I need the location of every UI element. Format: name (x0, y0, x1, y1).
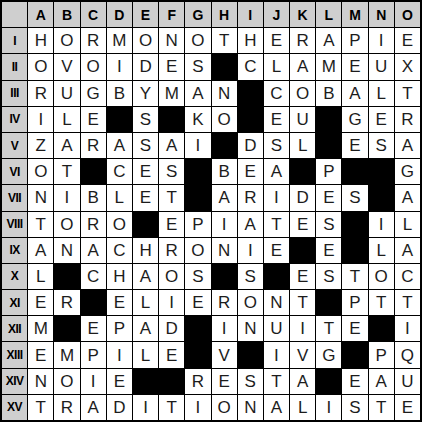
cell-C-II[interactable]: O (81, 54, 106, 79)
cell-N-III[interactable]: L (369, 81, 394, 106)
cell-I-VIII[interactable]: A (238, 212, 263, 237)
block-J-X (264, 264, 289, 289)
cell-J-IV[interactable]: E (264, 107, 289, 132)
block-G-VII (185, 185, 210, 210)
cell-K-XIV[interactable]: A (290, 369, 315, 394)
cell-L-XIII[interactable]: G (316, 342, 341, 367)
cell-E-X[interactable]: A (133, 264, 158, 289)
cell-K-XI[interactable]: T (290, 290, 315, 315)
cell-A-VII[interactable]: N (28, 185, 53, 210)
cell-O-XIV[interactable]: U (395, 369, 420, 394)
cell-J-VIII[interactable]: T (264, 212, 289, 237)
cell-L-II[interactable]: M (316, 54, 341, 79)
block-L-XI (316, 290, 341, 315)
cell-E-IX[interactable]: H (133, 238, 158, 263)
cell-G-IV[interactable]: K (185, 107, 210, 132)
col-header-F: F (159, 2, 184, 27)
row-header-III: III (2, 81, 27, 106)
cell-N-IV[interactable]: E (369, 107, 394, 132)
cell-C-IX[interactable]: A (81, 238, 106, 263)
cell-A-II[interactable]: O (28, 54, 53, 79)
cell-G-V[interactable]: I (185, 133, 210, 158)
row-header-V: V (2, 133, 27, 158)
cell-E-VI[interactable]: E (133, 159, 158, 184)
cell-K-X[interactable]: E (290, 264, 315, 289)
cell-J-VI[interactable]: A (264, 159, 289, 184)
cell-M-II[interactable]: E (342, 54, 367, 79)
cell-J-VII[interactable]: I (264, 185, 289, 210)
cell-B-VIII[interactable]: O (54, 212, 79, 237)
row-header-XV: XV (2, 395, 27, 420)
cell-J-XIII[interactable]: I (264, 342, 289, 367)
cell-L-VI[interactable]: P (316, 159, 341, 184)
block-K-IX (290, 238, 315, 263)
block-F-XIV (159, 369, 184, 394)
cell-I-II[interactable]: C (238, 54, 263, 79)
col-header-H: H (212, 2, 237, 27)
cell-M-XIV[interactable]: E (342, 369, 367, 394)
cell-L-I[interactable]: A (316, 28, 341, 53)
cell-I-V[interactable]: D (238, 133, 263, 158)
cell-G-XV[interactable]: I (185, 395, 210, 420)
block-G-XIII (185, 342, 210, 367)
block-M-IX (342, 238, 367, 263)
cell-H-XII[interactable]: I (212, 316, 237, 341)
cell-B-XIV[interactable]: O (54, 369, 79, 394)
cell-A-X[interactable]: L (28, 264, 53, 289)
cell-E-III[interactable]: Y (133, 81, 158, 106)
cell-D-V[interactable]: A (107, 133, 132, 158)
cell-H-XIII[interactable]: V (212, 342, 237, 367)
cell-I-XII[interactable]: N (238, 316, 263, 341)
block-H-X (212, 264, 237, 289)
cell-D-I[interactable]: M (107, 28, 132, 53)
cell-H-IV[interactable]: O (212, 107, 237, 132)
cell-M-I[interactable]: P (342, 28, 367, 53)
cell-I-VII[interactable]: R (238, 185, 263, 210)
cell-G-X[interactable]: S (185, 264, 210, 289)
cell-N-XIII[interactable]: P (369, 342, 394, 367)
cell-C-XII[interactable]: E (81, 316, 106, 341)
block-M-VIII (342, 212, 367, 237)
cell-M-X[interactable]: T (342, 264, 367, 289)
cell-B-V[interactable]: A (54, 133, 79, 158)
row-header-VII: VII (2, 185, 27, 210)
cell-F-XII[interactable]: D (159, 316, 184, 341)
cell-A-V[interactable]: Z (28, 133, 53, 158)
cell-N-I[interactable]: I (369, 28, 394, 53)
cell-J-XI[interactable]: N (264, 290, 289, 315)
cell-K-VII[interactable]: D (290, 185, 315, 210)
cell-O-XIII[interactable]: Q (395, 342, 420, 367)
cell-E-XII[interactable]: A (133, 316, 158, 341)
col-header-O: O (395, 2, 420, 27)
cell-H-VII[interactable]: A (212, 185, 237, 210)
block-C-XI (81, 290, 106, 315)
cell-C-XIII[interactable]: P (81, 342, 106, 367)
block-E-XIV (133, 369, 158, 394)
cell-A-III[interactable]: R (28, 81, 53, 106)
cell-F-VIII[interactable]: E (159, 212, 184, 237)
cell-F-V[interactable]: A (159, 133, 184, 158)
col-header-G: G (185, 2, 210, 27)
cell-G-II[interactable]: S (185, 54, 210, 79)
cell-H-IX[interactable]: N (212, 238, 237, 263)
cell-L-VIII[interactable]: S (316, 212, 341, 237)
block-N-XII (369, 316, 394, 341)
cell-M-XII[interactable]: E (342, 316, 367, 341)
cell-M-XV[interactable]: S (342, 395, 367, 420)
cell-F-XV[interactable]: T (159, 395, 184, 420)
cell-I-XV[interactable]: N (238, 395, 263, 420)
cell-E-XV[interactable]: I (133, 395, 158, 420)
cell-N-IX[interactable]: L (369, 238, 394, 263)
cell-B-XIII[interactable]: M (54, 342, 79, 367)
block-L-XIV (316, 369, 341, 394)
cell-O-VIII[interactable]: L (395, 212, 420, 237)
cell-F-I[interactable]: N (159, 28, 184, 53)
cell-M-V[interactable]: E (342, 133, 367, 158)
cell-N-XV[interactable]: T (369, 395, 394, 420)
cell-J-XII[interactable]: U (264, 316, 289, 341)
cell-C-X[interactable]: C (81, 264, 106, 289)
col-header-L: L (316, 2, 341, 27)
cell-E-XIII[interactable]: L (133, 342, 158, 367)
cell-H-XIV[interactable]: E (212, 369, 237, 394)
col-header-B: B (54, 2, 79, 27)
cell-J-III[interactable]: C (264, 81, 289, 106)
cell-I-VI[interactable]: E (238, 159, 263, 184)
cell-A-XII[interactable]: M (28, 316, 53, 341)
cell-F-VI[interactable]: S (159, 159, 184, 184)
block-M-XIII (342, 342, 367, 367)
cell-K-IV[interactable]: U (290, 107, 315, 132)
block-B-XII (54, 316, 79, 341)
block-I-XIII (238, 342, 263, 367)
cell-D-VII[interactable]: L (107, 185, 132, 210)
cell-D-X[interactable]: H (107, 264, 132, 289)
block-L-IV (316, 107, 341, 132)
cell-C-V[interactable]: R (81, 133, 106, 158)
cell-L-XII[interactable]: T (316, 316, 341, 341)
cell-M-III[interactable]: A (342, 81, 367, 106)
cell-B-XI[interactable]: R (54, 290, 79, 315)
cell-K-VIII[interactable]: E (290, 212, 315, 237)
block-B-X (54, 264, 79, 289)
cell-E-II[interactable]: D (133, 54, 158, 79)
row-header-XII: XII (2, 316, 27, 341)
cell-J-V[interactable]: S (264, 133, 289, 158)
cell-F-X[interactable]: O (159, 264, 184, 289)
block-F-IV (159, 107, 184, 132)
cell-O-V[interactable]: A (395, 133, 420, 158)
cell-D-III[interactable]: B (107, 81, 132, 106)
cell-E-IV[interactable]: S (133, 107, 158, 132)
col-header-K: K (290, 2, 315, 27)
cell-B-IX[interactable]: N (54, 238, 79, 263)
row-header-VI: VI (2, 159, 27, 184)
cell-L-XV[interactable]: I (316, 395, 341, 420)
cell-B-III[interactable]: U (54, 81, 79, 106)
cell-K-V[interactable]: L (290, 133, 315, 158)
cell-N-V[interactable]: S (369, 133, 394, 158)
corner-cell (2, 2, 27, 27)
cell-H-III[interactable]: N (212, 81, 237, 106)
cell-F-VII[interactable]: T (159, 185, 184, 210)
block-G-XII (185, 316, 210, 341)
cell-A-XV[interactable]: T (28, 395, 53, 420)
col-header-I: I (238, 2, 263, 27)
cell-C-VIII[interactable]: R (81, 212, 106, 237)
cell-L-IX[interactable]: E (316, 238, 341, 263)
cell-M-IV[interactable]: G (342, 107, 367, 132)
cell-I-I[interactable]: H (238, 28, 263, 53)
cell-O-IX[interactable]: A (395, 238, 420, 263)
cell-K-I[interactable]: R (290, 28, 315, 53)
cell-E-VII[interactable]: E (133, 185, 158, 210)
col-header-N: N (369, 2, 394, 27)
cell-H-VI[interactable]: B (212, 159, 237, 184)
cell-I-XI[interactable]: O (238, 290, 263, 315)
cell-D-XI[interactable]: E (107, 290, 132, 315)
cell-O-XV[interactable]: E (395, 395, 420, 420)
cell-O-X[interactable]: C (395, 264, 420, 289)
row-header-I: I (2, 28, 27, 53)
cell-O-VI[interactable]: G (395, 159, 420, 184)
cell-H-I[interactable]: T (212, 28, 237, 53)
cell-A-VI[interactable]: O (28, 159, 53, 184)
row-header-IX: IX (2, 238, 27, 263)
crossword-grid: ABCDEFGHIJKLMNOIHORMONOTHERAPIEIIOVOIDES… (0, 0, 422, 422)
cell-I-IX[interactable]: I (238, 238, 263, 263)
cell-K-II[interactable]: A (290, 54, 315, 79)
cell-H-XI[interactable]: R (212, 290, 237, 315)
cell-O-XII[interactable]: I (395, 316, 420, 341)
cell-E-V[interactable]: S (133, 133, 158, 158)
cell-J-I[interactable]: E (264, 28, 289, 53)
cell-C-III[interactable]: G (81, 81, 106, 106)
cell-E-XI[interactable]: L (133, 290, 158, 315)
cell-D-XIII[interactable]: I (107, 342, 132, 367)
cell-C-XIV[interactable]: I (81, 369, 106, 394)
col-header-A: A (28, 2, 53, 27)
cell-B-VII[interactable]: I (54, 185, 79, 210)
cell-B-XV[interactable]: R (54, 395, 79, 420)
cell-O-XI[interactable]: T (395, 290, 420, 315)
row-header-IV: IV (2, 107, 27, 132)
cell-C-XV[interactable]: A (81, 395, 106, 420)
col-header-C: C (81, 2, 106, 27)
cell-F-XIII[interactable]: E (159, 342, 184, 367)
cell-D-XII[interactable]: P (107, 316, 132, 341)
cell-G-VIII[interactable]: P (185, 212, 210, 237)
cell-J-IX[interactable]: E (264, 238, 289, 263)
cell-J-XIV[interactable]: T (264, 369, 289, 394)
cell-M-VII[interactable]: S (342, 185, 367, 210)
block-M-VI (342, 159, 367, 184)
cell-J-II[interactable]: L (264, 54, 289, 79)
cell-N-XIV[interactable]: A (369, 369, 394, 394)
cell-F-IX[interactable]: R (159, 238, 184, 263)
block-E-VIII (133, 212, 158, 237)
cell-D-IX[interactable]: C (107, 238, 132, 263)
cell-D-VIII[interactable]: O (107, 212, 132, 237)
cell-J-XV[interactable]: A (264, 395, 289, 420)
cell-A-IX[interactable]: A (28, 238, 53, 263)
cell-I-XIV[interactable]: S (238, 369, 263, 394)
cell-O-VII[interactable]: A (395, 185, 420, 210)
cell-O-IV[interactable]: R (395, 107, 420, 132)
block-D-IV (107, 107, 132, 132)
row-header-II: II (2, 54, 27, 79)
block-H-V (212, 133, 237, 158)
cell-C-VII[interactable]: B (81, 185, 106, 210)
cell-N-II[interactable]: U (369, 54, 394, 79)
cell-I-X[interactable]: S (238, 264, 263, 289)
cell-M-XI[interactable]: P (342, 290, 367, 315)
cell-B-IV[interactable]: L (54, 107, 79, 132)
cell-O-II[interactable]: X (395, 54, 420, 79)
cell-B-I[interactable]: O (54, 28, 79, 53)
block-N-VII (369, 185, 394, 210)
block-K-VI (290, 159, 315, 184)
cell-F-XI[interactable]: I (159, 290, 184, 315)
block-H-II (212, 54, 237, 79)
cell-K-XV[interactable]: L (290, 395, 315, 420)
cell-K-XIII[interactable]: V (290, 342, 315, 367)
cell-H-VIII[interactable]: I (212, 212, 237, 237)
cell-B-VI[interactable]: T (54, 159, 79, 184)
col-header-D: D (107, 2, 132, 27)
cell-G-XIV[interactable]: R (185, 369, 210, 394)
col-header-M: M (342, 2, 367, 27)
row-header-XIII: XIII (2, 342, 27, 367)
row-header-X: X (2, 264, 27, 289)
cell-A-XI[interactable]: E (28, 290, 53, 315)
row-header-VIII: VIII (2, 212, 27, 237)
block-I-IV (238, 107, 263, 132)
cell-L-III[interactable]: B (316, 81, 341, 106)
cell-B-II[interactable]: V (54, 54, 79, 79)
cell-K-XII[interactable]: I (290, 316, 315, 341)
cell-D-II[interactable]: I (107, 54, 132, 79)
cell-D-XV[interactable]: D (107, 395, 132, 420)
col-header-J: J (264, 2, 289, 27)
cell-G-III[interactable]: A (185, 81, 210, 106)
block-C-VI (81, 159, 106, 184)
cell-N-X[interactable]: O (369, 264, 394, 289)
cell-L-X[interactable]: S (316, 264, 341, 289)
cell-A-VIII[interactable]: T (28, 212, 53, 237)
block-L-V (316, 133, 341, 158)
cell-D-XIV[interactable]: E (107, 369, 132, 394)
cell-N-VIII[interactable]: I (369, 212, 394, 237)
cell-O-I[interactable]: E (395, 28, 420, 53)
cell-N-XI[interactable]: T (369, 290, 394, 315)
block-I-III (238, 81, 263, 106)
cell-A-XIV[interactable]: N (28, 369, 53, 394)
cell-G-I[interactable]: O (185, 28, 210, 53)
cell-O-III[interactable]: T (395, 81, 420, 106)
cell-L-VII[interactable]: E (316, 185, 341, 210)
cell-D-VI[interactable]: C (107, 159, 132, 184)
cell-G-IX[interactable]: O (185, 238, 210, 263)
cell-K-III[interactable]: O (290, 81, 315, 106)
row-header-XI: XI (2, 290, 27, 315)
cell-E-I[interactable]: O (133, 28, 158, 53)
cell-H-XV[interactable]: O (212, 395, 237, 420)
cell-F-II[interactable]: E (159, 54, 184, 79)
row-header-XIV: XIV (2, 369, 27, 394)
cell-A-IV[interactable]: I (28, 107, 53, 132)
cell-C-IV[interactable]: E (81, 107, 106, 132)
block-G-VI (185, 159, 210, 184)
cell-F-III[interactable]: M (159, 81, 184, 106)
cell-G-XI[interactable]: E (185, 290, 210, 315)
cell-A-XIII[interactable]: E (28, 342, 53, 367)
cell-A-I[interactable]: H (28, 28, 53, 53)
block-N-VI (369, 159, 394, 184)
col-header-E: E (133, 2, 158, 27)
cell-C-I[interactable]: R (81, 28, 106, 53)
